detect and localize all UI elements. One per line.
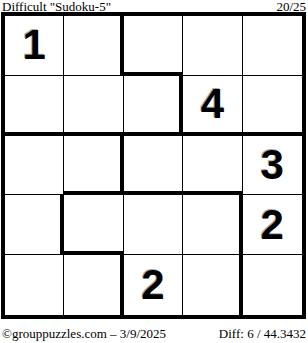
cell-r3c3[interactable]	[124, 136, 183, 196]
cell-r1c2[interactable]	[64, 16, 123, 76]
footer: ©grouppuzzles.com – 3/9/2025 Diff: 6 / 4…	[0, 326, 308, 341]
cell-r4c3[interactable]	[124, 195, 183, 255]
cell-r3c1[interactable]	[5, 136, 64, 196]
cell-r4c4[interactable]	[183, 195, 242, 255]
cell-r3c2[interactable]	[64, 136, 123, 196]
copyright-text: ©grouppuzzles.com – 3/9/2025	[2, 326, 166, 341]
cell-r2c3[interactable]	[124, 76, 183, 136]
cell-r1c1-given: 1	[5, 16, 64, 76]
cell-r1c4[interactable]	[183, 16, 242, 76]
cell-r2c1[interactable]	[5, 76, 64, 136]
cell-r3c4[interactable]	[183, 136, 242, 196]
cell-r4c1[interactable]	[5, 195, 64, 255]
cell-r5c1[interactable]	[5, 255, 64, 315]
cell-r1c3[interactable]	[124, 16, 183, 76]
cell-r1c5[interactable]	[243, 16, 302, 76]
cell-r4c2[interactable]	[64, 195, 123, 255]
cell-r5c3-given: 2	[124, 255, 183, 315]
cell-r2c2[interactable]	[64, 76, 123, 136]
cell-r3c5-given: 3	[243, 136, 302, 196]
cell-r5c4[interactable]	[183, 255, 242, 315]
cell-r5c5[interactable]	[243, 255, 302, 315]
cell-r2c4-given: 4	[183, 76, 242, 136]
difficulty-text: Diff: 6 / 44.3432	[219, 326, 306, 341]
cell-r5c2[interactable]	[64, 255, 123, 315]
cell-r2c5[interactable]	[243, 76, 302, 136]
cell-r4c5-given: 2	[243, 195, 302, 255]
page: Difficult "Sudoku-5" 20/25 14322 ©groupp…	[0, 0, 308, 343]
sudoku-board: 14322	[1, 12, 306, 319]
